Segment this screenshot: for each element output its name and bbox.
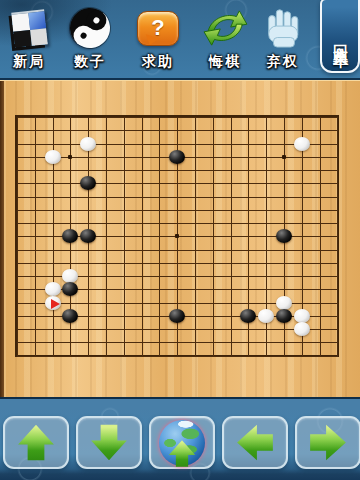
arrow-left-icon	[236, 424, 274, 462]
help-bubble-icon: ?	[137, 5, 179, 51]
stone-black-K16	[169, 150, 185, 164]
undo-label: 悔棋	[209, 53, 241, 71]
pass-label: 弃权	[267, 53, 299, 71]
undo-arrows-icon	[202, 5, 248, 51]
board-left-edge	[0, 81, 4, 398]
count-stones-label: 数子	[74, 53, 106, 71]
bottom-toolbar	[0, 397, 360, 480]
new-game-label: 新局	[13, 53, 45, 71]
undo-button[interactable]: 悔棋	[196, 5, 254, 77]
main-menu-label: 回主菜单	[331, 28, 350, 44]
grid-line-horizontal	[17, 263, 338, 264]
arrow-right-icon	[309, 424, 347, 462]
nav-up-button[interactable]	[3, 416, 69, 469]
star-point	[175, 234, 179, 238]
globe-icon	[159, 420, 205, 466]
stone-white-R3	[294, 322, 310, 336]
help-button[interactable]: ? 求助	[129, 5, 187, 77]
grid-line-horizontal	[17, 342, 338, 343]
globe-arrow-up-icon	[168, 440, 196, 468]
go-board[interactable]	[0, 80, 360, 397]
stone-black-O4	[240, 309, 256, 323]
grid-line-horizontal	[17, 329, 338, 330]
nav-left-button[interactable]	[222, 416, 288, 469]
main-menu-button[interactable]: 回主菜单	[320, 0, 360, 73]
stone-white-R4	[294, 309, 310, 323]
pass-button[interactable]: 弃权	[254, 5, 312, 77]
stone-black-K4	[169, 309, 185, 323]
stone-white-R17	[294, 137, 310, 151]
grid-line-horizontal	[17, 356, 338, 357]
grid-line-vertical	[320, 117, 321, 357]
stone-white-C6	[45, 282, 61, 296]
hand-icon	[263, 5, 303, 51]
nav-down-button[interactable]	[76, 416, 142, 469]
globe-upload-button[interactable]	[149, 416, 215, 469]
yinyang-icon	[70, 5, 110, 51]
checker-cube-icon	[13, 5, 46, 51]
grid-line-vertical	[195, 117, 196, 357]
grid-line-horizontal	[17, 250, 338, 251]
nav-right-button[interactable]	[295, 416, 360, 469]
stone-white-C16	[45, 150, 61, 164]
grid-line-vertical	[337, 117, 338, 357]
star-point	[68, 155, 72, 159]
star-point	[282, 155, 286, 159]
stone-black-D4	[62, 309, 78, 323]
stone-white-Q5	[276, 296, 292, 310]
arrow-up-icon	[17, 424, 55, 462]
new-game-button[interactable]: 新局	[0, 5, 58, 77]
last-move-marker	[51, 299, 60, 309]
stone-white-E17	[80, 137, 96, 151]
grid-line-vertical	[231, 117, 232, 357]
arrow-down-icon	[90, 424, 128, 462]
grid-line-vertical	[213, 117, 214, 357]
help-label: 求助	[142, 53, 174, 71]
count-stones-button[interactable]: 数子	[61, 5, 119, 77]
stone-black-Q4	[276, 309, 292, 323]
top-toolbar: 新局 数子 ? 求助 悔棋	[0, 0, 360, 80]
stone-white-P4	[258, 309, 274, 323]
